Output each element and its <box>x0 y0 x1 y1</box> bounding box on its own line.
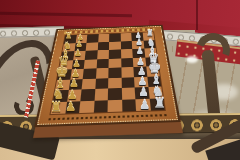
square-g5[interactable] <box>108 88 122 100</box>
black-rook-piece[interactable]: ♜ <box>153 97 165 111</box>
square-h6[interactable] <box>122 99 137 112</box>
square-e5[interactable] <box>108 67 121 77</box>
square-f3[interactable] <box>82 78 96 89</box>
square-d6[interactable] <box>121 58 134 68</box>
square-f6[interactable] <box>121 77 134 88</box>
white-rook-piece[interactable]: ♜ <box>50 101 62 115</box>
photo-scene: ♜♟♟♜♞♟♟♞♝♟♟♝♛♟♟♛♚♟♟♚♝♟♟♝♞♟♟♞♜♟♟♜ <box>0 0 240 160</box>
square-g4[interactable] <box>94 88 108 100</box>
glass-reflection <box>186 56 198 63</box>
square-d4[interactable] <box>96 59 109 69</box>
square-e3[interactable] <box>83 68 96 78</box>
square-e4[interactable] <box>95 68 108 78</box>
black-pawn-piece[interactable]: ♟ <box>139 99 150 112</box>
square-g6[interactable] <box>121 87 135 99</box>
sofa-cushion-seam <box>196 0 198 30</box>
square-h4[interactable] <box>93 100 108 113</box>
square-h5[interactable] <box>108 99 122 112</box>
square-h3[interactable] <box>79 100 94 113</box>
square-e6[interactable] <box>121 67 134 77</box>
square-g3[interactable] <box>80 89 94 101</box>
square-f5[interactable] <box>108 77 121 88</box>
square-d3[interactable] <box>84 59 97 69</box>
square-f4[interactable] <box>95 78 108 89</box>
square-d5[interactable] <box>109 58 121 68</box>
white-pawn-piece[interactable]: ♟ <box>65 101 76 114</box>
